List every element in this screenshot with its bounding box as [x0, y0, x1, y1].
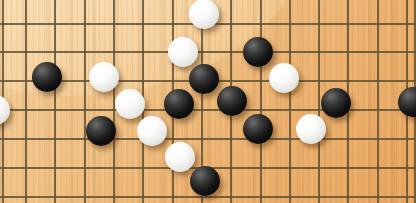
- intersection-c9-r5[interactable]: [275, 154, 304, 183]
- intersection-c13-r6[interactable]: [393, 182, 416, 203]
- intersection-c13-r5[interactable]: [393, 154, 416, 183]
- black-stone: [189, 64, 219, 94]
- intersection-c0-r0[interactable]: [11, 9, 40, 38]
- intersection-c7-r4[interactable]: [217, 125, 246, 154]
- intersection-c10-r6[interactable]: [305, 182, 334, 203]
- intersection-c0-r6[interactable]: [11, 182, 40, 203]
- intersection-c8-r5[interactable]: [246, 154, 275, 183]
- intersection-c12-r5[interactable]: [363, 154, 392, 183]
- intersection-c12-r3[interactable]: [363, 96, 392, 125]
- intersection-c11-r6[interactable]: [334, 182, 363, 203]
- intersection-c0-r3[interactable]: [11, 96, 40, 125]
- intersection-c2-r6[interactable]: [70, 182, 99, 203]
- white-stone: [165, 142, 195, 172]
- intersection-c3-r0[interactable]: [99, 9, 128, 38]
- white-stone: [296, 114, 326, 144]
- intersection-c12-r0[interactable]: [363, 9, 392, 38]
- black-stone: [32, 62, 62, 92]
- intersection-c12-r6[interactable]: [363, 182, 392, 203]
- intersection-c11-r5[interactable]: [334, 154, 363, 183]
- intersection-c8-r6[interactable]: [246, 182, 275, 203]
- intersection-c2-r5[interactable]: [70, 154, 99, 183]
- intersection-c2-r0[interactable]: [70, 9, 99, 38]
- intersection-c10-r5[interactable]: [305, 154, 334, 183]
- black-stone: [190, 166, 220, 196]
- black-stone: [86, 116, 116, 146]
- intersection-c4-r1[interactable]: [129, 38, 158, 67]
- intersection-c8-r0[interactable]: [246, 9, 275, 38]
- intersection-c3-r5[interactable]: [99, 154, 128, 183]
- intersection-c5-r6[interactable]: [158, 182, 187, 203]
- intersection-c10-r0[interactable]: [305, 9, 334, 38]
- intersection-c0-r4[interactable]: [11, 125, 40, 154]
- intersection-c11-r0[interactable]: [334, 9, 363, 38]
- white-stone: [115, 89, 145, 119]
- intersection-c0-r1[interactable]: [11, 38, 40, 67]
- intersection-c3-r6[interactable]: [99, 182, 128, 203]
- intersection-c1-r4[interactable]: [41, 125, 70, 154]
- intersection-c9-r6[interactable]: [275, 182, 304, 203]
- intersection-c2-r1[interactable]: [70, 38, 99, 67]
- intersection-c12-r4[interactable]: [363, 125, 392, 154]
- intersection-c13-r0[interactable]: [393, 9, 416, 38]
- white-stone: [89, 62, 119, 92]
- intersection-c1-r3[interactable]: [41, 96, 70, 125]
- white-stone: [137, 116, 167, 146]
- black-stone: [321, 88, 351, 118]
- white-stone: [189, 0, 219, 29]
- intersection-c9-r0[interactable]: [275, 9, 304, 38]
- intersection-c1-r5[interactable]: [41, 154, 70, 183]
- intersection-c13-r1[interactable]: [393, 38, 416, 67]
- white-stone: [269, 63, 299, 93]
- intersection-c12-r1[interactable]: [363, 38, 392, 67]
- intersection-c11-r1[interactable]: [334, 38, 363, 67]
- intersection-c4-r0[interactable]: [129, 9, 158, 38]
- intersection-c1-r0[interactable]: [41, 9, 70, 38]
- black-stone: [243, 37, 273, 67]
- intersection-c4-r5[interactable]: [129, 154, 158, 183]
- intersection-c7-r5[interactable]: [217, 154, 246, 183]
- intersection-c11-r4[interactable]: [334, 125, 363, 154]
- black-stone: [164, 89, 194, 119]
- intersection-c7-r1[interactable]: [217, 38, 246, 67]
- intersection-c4-r6[interactable]: [129, 182, 158, 203]
- go-board[interactable]: [0, 0, 416, 203]
- white-stone: [168, 37, 198, 67]
- black-stone: [217, 86, 247, 116]
- intersection-c5-r0[interactable]: [158, 9, 187, 38]
- intersection-c12-r2[interactable]: [363, 67, 392, 96]
- intersection-c7-r0[interactable]: [217, 9, 246, 38]
- intersection-c13-r4[interactable]: [393, 125, 416, 154]
- intersection-c1-r6[interactable]: [41, 182, 70, 203]
- intersection-c10-r1[interactable]: [305, 38, 334, 67]
- intersection-c7-r6[interactable]: [217, 182, 246, 203]
- black-stone: [243, 114, 273, 144]
- intersection-c0-r5[interactable]: [11, 154, 40, 183]
